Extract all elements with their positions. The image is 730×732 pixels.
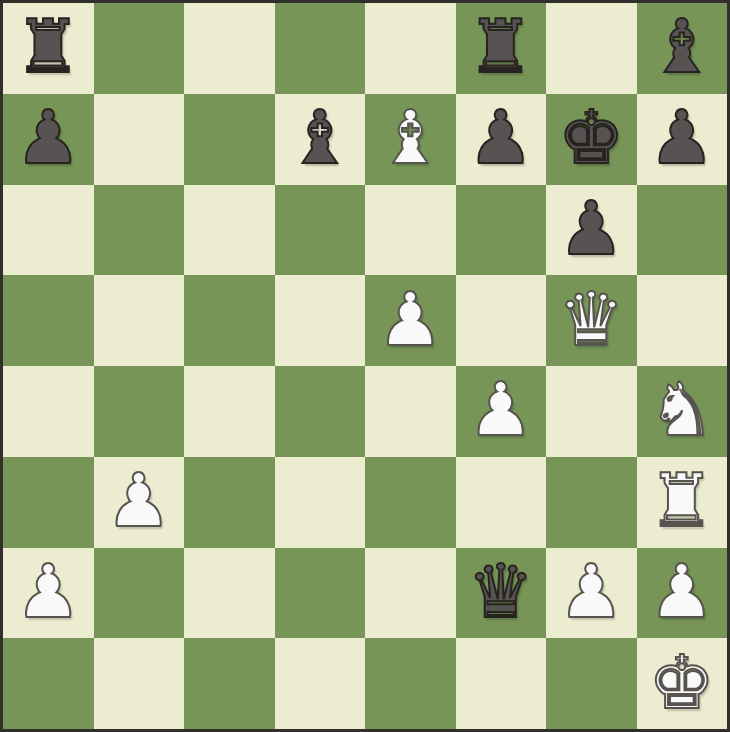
square-b6[interactable] [94,185,185,276]
square-g3[interactable] [546,457,637,548]
square-f4[interactable]: ♟ [456,366,547,457]
square-b8[interactable] [94,3,185,94]
square-a1[interactable] [3,638,94,729]
square-f7[interactable]: ♟ [456,94,547,185]
white-rook[interactable]: ♜ [649,463,715,537]
black-rook[interactable]: ♜ [15,9,81,83]
square-e1[interactable] [365,638,456,729]
square-h3[interactable]: ♜ [637,457,728,548]
square-c5[interactable] [184,275,275,366]
square-a3[interactable] [3,457,94,548]
square-a8[interactable]: ♜ [3,3,94,94]
black-king[interactable]: ♚ [558,100,624,174]
white-king[interactable]: ♚ [649,645,715,719]
square-f2[interactable]: ♛ [456,548,547,639]
square-h5[interactable] [637,275,728,366]
square-g8[interactable] [546,3,637,94]
square-f3[interactable] [456,457,547,548]
square-g5[interactable]: ♛ [546,275,637,366]
square-b3[interactable]: ♟ [94,457,185,548]
square-d6[interactable] [275,185,366,276]
square-h7[interactable]: ♟ [637,94,728,185]
square-f5[interactable] [456,275,547,366]
square-e4[interactable] [365,366,456,457]
square-b1[interactable] [94,638,185,729]
square-a2[interactable]: ♟ [3,548,94,639]
square-d8[interactable] [275,3,366,94]
square-b7[interactable] [94,94,185,185]
square-d3[interactable] [275,457,366,548]
square-h2[interactable]: ♟ [637,548,728,639]
square-b4[interactable] [94,366,185,457]
black-queen[interactable]: ♛ [468,554,534,628]
chess-board: ♜♜♝♟♝♝♟♚♟♟♟♛♟♞♟♜♟♛♟♟♚ [3,3,727,729]
black-bishop[interactable]: ♝ [649,9,715,83]
square-c3[interactable] [184,457,275,548]
square-h6[interactable] [637,185,728,276]
square-d2[interactable] [275,548,366,639]
white-pawn[interactable]: ♟ [558,554,624,628]
square-h1[interactable]: ♚ [637,638,728,729]
square-d1[interactable] [275,638,366,729]
square-g4[interactable] [546,366,637,457]
white-pawn[interactable]: ♟ [649,554,715,628]
black-pawn[interactable]: ♟ [15,100,81,174]
square-e6[interactable] [365,185,456,276]
square-a5[interactable] [3,275,94,366]
square-e3[interactable] [365,457,456,548]
square-g2[interactable]: ♟ [546,548,637,639]
square-b2[interactable] [94,548,185,639]
square-c8[interactable] [184,3,275,94]
square-b5[interactable] [94,275,185,366]
square-d7[interactable]: ♝ [275,94,366,185]
square-e5[interactable]: ♟ [365,275,456,366]
square-c2[interactable] [184,548,275,639]
white-knight[interactable]: ♞ [649,372,715,446]
black-pawn[interactable]: ♟ [649,100,715,174]
square-f8[interactable]: ♜ [456,3,547,94]
square-g1[interactable] [546,638,637,729]
square-h8[interactable]: ♝ [637,3,728,94]
white-pawn[interactable]: ♟ [15,554,81,628]
square-d4[interactable] [275,366,366,457]
square-a6[interactable] [3,185,94,276]
square-c6[interactable] [184,185,275,276]
square-d5[interactable] [275,275,366,366]
chess-board-frame: ♜♜♝♟♝♝♟♚♟♟♟♛♟♞♟♜♟♛♟♟♚ [0,0,730,732]
square-f6[interactable] [456,185,547,276]
black-rook[interactable]: ♜ [468,9,534,83]
black-pawn[interactable]: ♟ [558,191,624,265]
square-e8[interactable] [365,3,456,94]
square-f1[interactable] [456,638,547,729]
white-pawn[interactable]: ♟ [377,282,443,356]
white-pawn[interactable]: ♟ [106,463,172,537]
square-a7[interactable]: ♟ [3,94,94,185]
white-pawn[interactable]: ♟ [468,372,534,446]
square-c1[interactable] [184,638,275,729]
square-c7[interactable] [184,94,275,185]
white-queen[interactable]: ♛ [558,282,624,356]
black-pawn[interactable]: ♟ [468,100,534,174]
square-e7[interactable]: ♝ [365,94,456,185]
square-h4[interactable]: ♞ [637,366,728,457]
square-g7[interactable]: ♚ [546,94,637,185]
square-g6[interactable]: ♟ [546,185,637,276]
square-e2[interactable] [365,548,456,639]
square-a4[interactable] [3,366,94,457]
black-bishop[interactable]: ♝ [287,100,353,174]
square-c4[interactable] [184,366,275,457]
white-bishop[interactable]: ♝ [377,100,443,174]
